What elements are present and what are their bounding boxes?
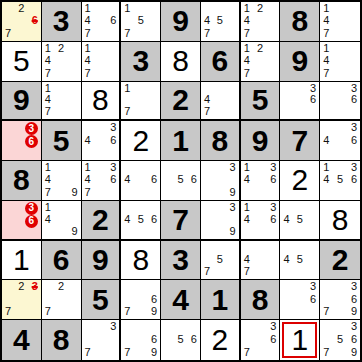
cell-r4c8[interactable]: 7 [280, 121, 320, 161]
entered-digit: 8 [320, 201, 360, 239]
candidate-3: 3 [230, 162, 236, 173]
cell-r5c5[interactable]: 56 [161, 161, 201, 201]
cell-r2c9[interactable]: 147 [320, 42, 360, 82]
cell-r3c9[interactable]: 36 [320, 82, 360, 122]
cell-r8c8[interactable]: 36 [280, 280, 320, 320]
cell-r9c5[interactable]: 56 [161, 320, 201, 360]
cell-r9c1[interactable]: 4 [2, 320, 42, 360]
given-digit: 4 [2, 320, 41, 360]
candidate-9: 9 [230, 226, 236, 237]
candidate-2: 2 [18, 3, 24, 14]
pencil-marks: 157 [124, 3, 157, 39]
cell-r8c2[interactable]: 27 [42, 280, 82, 320]
pencil-marks: 149 [45, 202, 78, 237]
entered-digit: 5 [2, 42, 41, 81]
pencil-marks: 17 [124, 83, 157, 118]
given-digit: 6 [201, 42, 239, 81]
cell-r2c2[interactable]: 1247 [42, 42, 82, 82]
candidate-9: 9 [351, 347, 357, 358]
cell-r9c6[interactable]: 2 [201, 320, 241, 360]
cell-r4c1[interactable]: 36 [2, 121, 42, 161]
cell-r8c6[interactable]: 1 [201, 280, 241, 320]
candidate-5: 5 [177, 174, 183, 185]
candidate-6: 6 [110, 135, 116, 146]
pencil-marks: 56 [164, 321, 197, 358]
cell-r5c7[interactable]: 1346 [241, 161, 281, 201]
given-digit: 9 [2, 82, 41, 120]
candidate-6: 6 [110, 15, 116, 26]
given-digit: 8 [241, 280, 280, 319]
candidate-4: 4 [283, 254, 289, 265]
candidate-4: 4 [85, 135, 91, 146]
cell-r2c8[interactable]: 9 [280, 42, 320, 82]
pencil-marks: 1346 [244, 162, 277, 198]
cell-r9c4[interactable]: 679 [121, 320, 161, 360]
candidate-9: 9 [71, 226, 77, 237]
given-digit: 5 [82, 280, 120, 319]
candidate-3: 3 [270, 162, 276, 173]
candidate-4: 4 [45, 94, 51, 105]
cell-r7c8[interactable]: 45 [280, 241, 320, 281]
candidate-7: 7 [5, 28, 11, 39]
cell-r3c3[interactable]: 8 [82, 82, 122, 122]
pencil-marks: 456 [124, 202, 157, 237]
cell-r2c3[interactable]: 147 [82, 42, 122, 82]
cell-r8c4[interactable]: 679 [121, 280, 161, 320]
candidate-7: 7 [204, 266, 210, 277]
given-digit: 7 [161, 201, 200, 239]
given-digit: 8 [42, 320, 81, 360]
cell-r4c4[interactable]: 2 [121, 121, 161, 161]
cell-r5c4[interactable]: 46 [121, 161, 161, 201]
candidate-4: 4 [45, 55, 51, 66]
given-digit: 4 [161, 280, 200, 319]
given-digit: 8 [201, 121, 239, 160]
cell-r4c9[interactable]: 346 [320, 121, 360, 161]
pencil-marks: 13456 [323, 162, 357, 198]
cell-r6c1[interactable]: 36 [2, 201, 42, 241]
candidate-3-highlighted: 3 [25, 202, 38, 215]
candidate-3: 3 [351, 122, 357, 133]
candidate-7: 7 [124, 306, 130, 317]
candidate-1: 1 [124, 83, 130, 94]
candidate-1: 1 [85, 3, 91, 14]
pencil-marks: 1247 [244, 43, 277, 79]
cell-r1c8[interactable]: 8 [280, 2, 320, 42]
cell-r2c7[interactable]: 1247 [241, 42, 281, 82]
cell-r9c2[interactable]: 8 [42, 320, 82, 360]
cell-r7c9[interactable]: 2 [320, 241, 360, 281]
candidate-5: 5 [337, 174, 343, 185]
candidate-4: 4 [124, 214, 130, 225]
pencil-marks: 1247 [45, 43, 78, 79]
candidate-3: 3 [270, 321, 276, 332]
cell-r7c1[interactable]: 1 [2, 241, 42, 281]
entered-digit: 8 [121, 241, 160, 280]
candidate-5: 5 [217, 15, 223, 26]
pencil-marks: 147 [323, 43, 357, 79]
candidate-1: 1 [244, 43, 250, 54]
cell-r7c2[interactable]: 6 [42, 241, 82, 281]
pencil-marks: 56 [164, 162, 197, 198]
candidate-3: 3 [110, 122, 116, 133]
candidate-5: 5 [217, 254, 223, 265]
pencil-marks: 35679 [323, 321, 357, 358]
candidate-5: 5 [337, 334, 343, 345]
cell-r4c7[interactable]: 9 [241, 121, 281, 161]
cell-r1c6[interactable]: 457 [201, 2, 241, 42]
cell-r6c2[interactable]: 149 [42, 201, 82, 241]
pencil-marks: 679 [124, 281, 157, 317]
candidate-1: 1 [85, 162, 91, 173]
cell-r1c3[interactable]: 1467 [82, 2, 122, 42]
cell-r3c7[interactable]: 5 [241, 82, 281, 122]
candidate-6: 6 [351, 135, 357, 146]
cell-r6c8[interactable]: 45 [280, 201, 320, 241]
candidate-9: 9 [151, 306, 157, 317]
cell-r7c4[interactable]: 8 [121, 241, 161, 281]
cell-r8c1[interactable]: 237 [2, 280, 42, 320]
entered-digit: 1 [2, 241, 41, 280]
given-digit: 3 [161, 241, 200, 280]
candidate-5: 5 [138, 15, 144, 26]
candidate-6: 6 [270, 174, 276, 185]
cell-r1c1[interactable]: 267 [2, 2, 42, 42]
entered-digit: 2 [280, 161, 319, 200]
pencil-marks: 47 [244, 242, 277, 278]
candidate-5: 5 [138, 214, 144, 225]
candidate-7: 7 [85, 28, 91, 39]
candidate-4: 4 [244, 254, 250, 265]
pencil-marks: 237 [5, 281, 38, 317]
pencil-marks: 367 [244, 321, 277, 358]
candidate-7: 7 [5, 306, 11, 317]
cell-r8c7[interactable]: 8 [241, 280, 281, 320]
pencil-marks: 36 [5, 122, 38, 158]
cell-r2c4[interactable]: 3 [121, 42, 161, 82]
candidate-4: 4 [204, 15, 210, 26]
cell-r5c8[interactable]: 2 [280, 161, 320, 201]
cell-r6c3[interactable]: 2 [82, 201, 122, 241]
candidate-5: 5 [177, 334, 183, 345]
candidate-4: 4 [323, 174, 329, 185]
candidate-6-eliminated: 6 [32, 15, 38, 26]
pencil-marks: 45 [283, 242, 316, 278]
candidate-1: 1 [244, 202, 250, 213]
pencil-marks: 45 [283, 202, 316, 237]
candidate-1: 1 [45, 83, 51, 94]
candidate-6: 6 [310, 94, 316, 105]
candidate-7: 7 [244, 347, 250, 358]
candidate-4: 4 [244, 15, 250, 26]
cell-r6c5[interactable]: 7 [161, 201, 201, 241]
candidate-1: 1 [244, 3, 250, 14]
given-digit: 9 [241, 121, 280, 160]
candidate-6: 6 [270, 334, 276, 345]
cell-r2c1[interactable]: 5 [2, 42, 42, 82]
given-digit: 1 [201, 280, 239, 319]
candidate-1: 1 [85, 43, 91, 54]
sudoku-board: 2673146715794571247814751247147386124791… [0, 0, 362, 362]
candidate-3: 3 [230, 202, 236, 213]
pencil-marks: 147 [323, 3, 357, 39]
candidate-3-highlighted: 3 [25, 122, 38, 135]
candidate-1: 1 [323, 43, 329, 54]
cell-r6c4[interactable]: 456 [121, 201, 161, 241]
candidate-7: 7 [45, 106, 51, 117]
cell-r3c4[interactable]: 17 [121, 82, 161, 122]
candidate-6: 6 [270, 214, 276, 225]
cell-r7c6[interactable]: 57 [201, 241, 241, 281]
pencil-marks: 39 [204, 162, 236, 198]
candidate-3: 3 [270, 202, 276, 213]
given-digit: 2 [161, 82, 200, 120]
candidate-7: 7 [244, 266, 250, 277]
pencil-marks: 36 [283, 83, 316, 118]
pencil-marks: 147 [45, 83, 78, 118]
candidate-6: 6 [351, 294, 357, 305]
candidate-7: 7 [124, 28, 130, 39]
given-digit: 5 [241, 82, 280, 120]
given-digit: 2 [82, 201, 120, 239]
candidate-2: 2 [257, 3, 263, 14]
candidate-6: 6 [151, 214, 157, 225]
candidate-1: 1 [244, 162, 250, 173]
cell-r5c9[interactable]: 13456 [320, 161, 360, 201]
pencil-marks: 37 [85, 321, 117, 358]
cell-r3c2[interactable]: 147 [42, 82, 82, 122]
candidate-7: 7 [244, 68, 250, 79]
candidate-1: 1 [323, 3, 329, 14]
candidate-4: 4 [323, 15, 329, 26]
entered-digit: 1 [280, 320, 319, 360]
candidate-4: 4 [85, 15, 91, 26]
pencil-marks: 46 [124, 162, 157, 198]
cell-r8c5[interactable]: 4 [161, 280, 201, 320]
given-digit: 8 [280, 2, 319, 41]
candidate-6: 6 [151, 334, 157, 345]
candidate-6: 6 [151, 174, 157, 185]
candidate-4: 4 [45, 174, 51, 185]
candidate-3: 3 [351, 321, 357, 332]
cell-r3c1[interactable]: 9 [2, 82, 42, 122]
candidate-7: 7 [45, 306, 51, 317]
cell-r1c4[interactable]: 157 [121, 2, 161, 42]
candidate-2: 2 [58, 281, 64, 292]
candidate-3: 3 [110, 162, 116, 173]
pencil-marks: 1247 [244, 3, 277, 39]
candidate-7: 7 [244, 28, 250, 39]
candidate-6: 6 [151, 294, 157, 305]
candidate-6: 6 [351, 94, 357, 105]
given-digit: 9 [280, 42, 319, 81]
pencil-marks: 27 [45, 281, 78, 317]
candidate-9: 9 [71, 187, 77, 198]
candidate-4: 4 [323, 55, 329, 66]
candidate-6: 6 [191, 334, 197, 345]
candidate-7: 7 [85, 187, 91, 198]
candidate-4: 4 [323, 135, 329, 146]
candidate-9: 9 [151, 347, 157, 358]
cell-r5c3[interactable]: 13467 [82, 161, 122, 201]
candidate-1: 1 [45, 202, 51, 213]
cell-r6c6[interactable]: 39 [201, 201, 241, 241]
cell-r1c7[interactable]: 1247 [241, 2, 281, 42]
pencil-marks: 3679 [323, 281, 357, 317]
cell-r4c3[interactable]: 346 [82, 121, 122, 161]
cell-r7c7[interactable]: 47 [241, 241, 281, 281]
candidate-6: 6 [110, 174, 116, 185]
entered-digit: 8 [161, 42, 200, 81]
entered-digit: 2 [201, 320, 239, 360]
given-digit: 8 [2, 161, 41, 200]
candidate-2: 2 [257, 43, 263, 54]
pencil-marks: 147 [85, 43, 117, 79]
candidate-4: 4 [244, 214, 250, 225]
candidate-1: 1 [323, 162, 329, 173]
pencil-marks: 1346 [244, 202, 277, 237]
entered-digit: 2 [121, 121, 160, 160]
candidate-4: 4 [204, 94, 210, 105]
pencil-marks: 39 [204, 202, 236, 237]
cell-r6c7[interactable]: 1346 [241, 201, 281, 241]
pencil-marks: 36 [5, 202, 38, 237]
candidate-7: 7 [323, 306, 329, 317]
cell-r1c2[interactable]: 3 [42, 2, 82, 42]
candidate-4: 4 [244, 55, 250, 66]
given-digit: 6 [42, 241, 81, 280]
cell-r9c3[interactable]: 37 [82, 320, 122, 360]
given-digit: 9 [161, 2, 200, 41]
candidate-4: 4 [124, 174, 130, 185]
candidate-3: 3 [351, 83, 357, 94]
candidate-1: 1 [45, 162, 51, 173]
cell-r7c3[interactable]: 9 [82, 241, 122, 281]
cell-r5c6[interactable]: 39 [201, 161, 241, 201]
candidate-6: 6 [351, 174, 357, 185]
given-digit: 3 [121, 42, 160, 81]
cell-r7c5[interactable]: 3 [161, 241, 201, 281]
candidate-5: 5 [297, 254, 303, 265]
pencil-marks: 36 [323, 83, 357, 118]
cell-r5c1[interactable]: 8 [2, 161, 42, 201]
candidate-6: 6 [191, 174, 197, 185]
given-digit: 1 [161, 121, 200, 160]
cell-r4c2[interactable]: 5 [42, 121, 82, 161]
pencil-marks: 679 [124, 321, 157, 358]
candidate-1: 1 [45, 43, 51, 54]
cell-r3c6[interactable]: 47 [201, 82, 241, 122]
candidate-4: 4 [244, 174, 250, 185]
pencil-marks: 57 [204, 242, 236, 278]
candidate-1: 1 [124, 3, 130, 14]
candidate-7: 7 [323, 28, 329, 39]
cell-r3c5[interactable]: 2 [161, 82, 201, 122]
entered-digit: 8 [82, 82, 120, 120]
given-digit: 2 [320, 241, 360, 280]
cell-r5c2[interactable]: 1479 [42, 161, 82, 201]
candidate-4: 4 [85, 174, 91, 185]
given-digit: 3 [42, 2, 81, 41]
cell-r6c9[interactable]: 8 [320, 201, 360, 241]
cell-r2c6[interactable]: 6 [201, 42, 241, 82]
candidate-7: 7 [124, 347, 130, 358]
candidate-3: 3 [110, 321, 116, 332]
given-digit: 7 [280, 121, 319, 160]
candidate-7: 7 [204, 28, 210, 39]
candidate-3: 3 [351, 281, 357, 292]
cell-r8c3[interactable]: 5 [82, 280, 122, 320]
candidate-2: 2 [18, 281, 24, 292]
candidate-7: 7 [204, 106, 210, 117]
cell-r9c9[interactable]: 35679 [320, 320, 360, 360]
cell-r9c7[interactable]: 367 [241, 320, 281, 360]
candidate-4: 4 [283, 214, 289, 225]
cell-r1c9[interactable]: 147 [320, 2, 360, 42]
candidate-4: 4 [85, 55, 91, 66]
candidate-5: 5 [297, 214, 303, 225]
cell-r9c8[interactable]: 1 [280, 320, 320, 360]
candidate-4: 4 [45, 214, 51, 225]
candidate-7: 7 [323, 347, 329, 358]
candidate-3: 3 [351, 162, 357, 173]
candidate-9: 9 [230, 187, 236, 198]
candidate-7: 7 [45, 68, 51, 79]
pencil-marks: 1467 [85, 3, 117, 39]
candidate-6-highlighted: 6 [25, 215, 38, 228]
pencil-marks: 36 [283, 281, 316, 317]
cell-r1c5[interactable]: 9 [161, 2, 201, 42]
cell-r4c5[interactable]: 1 [161, 121, 201, 161]
pencil-marks: 1479 [45, 162, 78, 198]
candidate-3-eliminated: 3 [32, 281, 38, 292]
cell-r4c6[interactable]: 8 [201, 121, 241, 161]
cell-r8c9[interactable]: 3679 [320, 280, 360, 320]
candidate-7: 7 [323, 68, 329, 79]
candidate-6: 6 [351, 334, 357, 345]
pencil-marks: 457 [204, 3, 236, 39]
candidate-6: 6 [310, 294, 316, 305]
candidate-9: 9 [351, 306, 357, 317]
cell-r2c5[interactable]: 8 [161, 42, 201, 82]
candidate-3: 3 [310, 83, 316, 94]
candidate-7: 7 [124, 106, 130, 117]
candidate-7: 7 [45, 187, 51, 198]
given-digit: 9 [82, 241, 120, 280]
candidate-3: 3 [310, 281, 316, 292]
cell-r3c8[interactable]: 36 [280, 82, 320, 122]
pencil-marks: 47 [204, 83, 236, 118]
candidate-7: 7 [85, 347, 91, 358]
pencil-marks: 267 [5, 3, 38, 39]
candidate-2: 2 [58, 43, 64, 54]
candidate-6-highlighted: 6 [25, 135, 38, 148]
given-digit: 5 [42, 121, 81, 160]
pencil-marks: 13467 [85, 162, 117, 198]
pencil-marks: 346 [85, 122, 117, 158]
pencil-marks: 346 [323, 122, 357, 158]
candidate-7: 7 [85, 68, 91, 79]
